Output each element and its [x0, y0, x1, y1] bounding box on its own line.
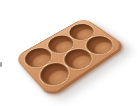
image-artifact-speck [0, 62, 2, 67]
muffin-pan [14, 18, 124, 97]
product-photo-canvas [0, 0, 140, 106]
muffin-pan-body [14, 18, 124, 97]
